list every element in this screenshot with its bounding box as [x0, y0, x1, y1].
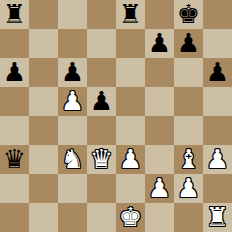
- square-h4[interactable]: [203, 116, 232, 145]
- square-h7[interactable]: [203, 29, 232, 58]
- square-e6[interactable]: [116, 58, 145, 87]
- square-d7[interactable]: [87, 29, 116, 58]
- square-a8[interactable]: ♜: [0, 0, 29, 29]
- square-f4[interactable]: [145, 116, 174, 145]
- piece-black-pawn-f7: ♟: [148, 29, 171, 58]
- square-f6[interactable]: [145, 58, 174, 87]
- piece-white-pawn-g2: ♟: [177, 174, 200, 203]
- square-d5[interactable]: ♟: [87, 87, 116, 116]
- square-h5[interactable]: [203, 87, 232, 116]
- square-d8[interactable]: [87, 0, 116, 29]
- piece-black-pawn-a6: ♟: [3, 58, 26, 87]
- square-a6[interactable]: ♟: [0, 58, 29, 87]
- square-b4[interactable]: [29, 116, 58, 145]
- square-e8[interactable]: ♜: [116, 0, 145, 29]
- square-c8[interactable]: [58, 0, 87, 29]
- piece-black-king-g8: ♚: [177, 0, 200, 29]
- square-e3[interactable]: ♟: [116, 145, 145, 174]
- square-c1[interactable]: [58, 203, 87, 232]
- square-a2[interactable]: [0, 174, 29, 203]
- piece-white-bishop-g3: ♝: [177, 145, 200, 174]
- square-a4[interactable]: [0, 116, 29, 145]
- square-g5[interactable]: [174, 87, 203, 116]
- square-a7[interactable]: [0, 29, 29, 58]
- square-b6[interactable]: [29, 58, 58, 87]
- square-c6[interactable]: ♟: [58, 58, 87, 87]
- square-g6[interactable]: [174, 58, 203, 87]
- square-b5[interactable]: [29, 87, 58, 116]
- square-f2[interactable]: ♟: [145, 174, 174, 203]
- square-a1[interactable]: [0, 203, 29, 232]
- piece-black-rook-e8: ♜: [119, 0, 142, 29]
- piece-white-pawn-h3: ♟: [206, 145, 229, 174]
- square-c2[interactable]: [58, 174, 87, 203]
- square-c4[interactable]: [58, 116, 87, 145]
- piece-black-pawn-g7: ♟: [177, 29, 200, 58]
- square-e7[interactable]: [116, 29, 145, 58]
- square-g2[interactable]: ♟: [174, 174, 203, 203]
- square-b1[interactable]: [29, 203, 58, 232]
- square-f1[interactable]: [145, 203, 174, 232]
- piece-black-queen-a3: ♛: [3, 145, 26, 174]
- square-e2[interactable]: [116, 174, 145, 203]
- square-e5[interactable]: [116, 87, 145, 116]
- square-d2[interactable]: [87, 174, 116, 203]
- square-h3[interactable]: ♟: [203, 145, 232, 174]
- piece-white-king-e1: ♚: [119, 203, 142, 232]
- piece-white-pawn-e3: ♟: [119, 145, 142, 174]
- square-b8[interactable]: [29, 0, 58, 29]
- piece-white-pawn-f2: ♟: [148, 174, 171, 203]
- square-a3[interactable]: ♛: [0, 145, 29, 174]
- square-c3[interactable]: ♞: [58, 145, 87, 174]
- piece-black-pawn-h6: ♟: [206, 58, 229, 87]
- square-h6[interactable]: ♟: [203, 58, 232, 87]
- square-f8[interactable]: [145, 0, 174, 29]
- piece-white-knight-c3: ♞: [61, 145, 84, 174]
- piece-black-rook-a8: ♜: [3, 0, 26, 29]
- piece-black-pawn-d5: ♟: [90, 87, 113, 116]
- square-g1[interactable]: [174, 203, 203, 232]
- square-b3[interactable]: [29, 145, 58, 174]
- square-d6[interactable]: [87, 58, 116, 87]
- square-b2[interactable]: [29, 174, 58, 203]
- chess-board: ♜♜♚♟♟♟♟♟♟♟♛♞♛♟♝♟♟♟♚♜: [0, 0, 232, 232]
- square-h2[interactable]: [203, 174, 232, 203]
- square-g7[interactable]: ♟: [174, 29, 203, 58]
- square-d4[interactable]: [87, 116, 116, 145]
- square-a5[interactable]: [0, 87, 29, 116]
- square-f5[interactable]: [145, 87, 174, 116]
- square-g8[interactable]: ♚: [174, 0, 203, 29]
- square-f7[interactable]: ♟: [145, 29, 174, 58]
- square-e4[interactable]: [116, 116, 145, 145]
- piece-white-pawn-c5: ♟: [61, 87, 84, 116]
- square-g4[interactable]: [174, 116, 203, 145]
- piece-white-rook-h1: ♜: [206, 203, 229, 232]
- square-g3[interactable]: ♝: [174, 145, 203, 174]
- square-e1[interactable]: ♚: [116, 203, 145, 232]
- square-c7[interactable]: [58, 29, 87, 58]
- square-d3[interactable]: ♛: [87, 145, 116, 174]
- square-h8[interactable]: [203, 0, 232, 29]
- square-b7[interactable]: [29, 29, 58, 58]
- piece-black-pawn-c6: ♟: [61, 58, 84, 87]
- square-h1[interactable]: ♜: [203, 203, 232, 232]
- piece-white-queen-d3: ♛: [90, 145, 113, 174]
- square-f3[interactable]: [145, 145, 174, 174]
- square-c5[interactable]: ♟: [58, 87, 87, 116]
- square-d1[interactable]: [87, 203, 116, 232]
